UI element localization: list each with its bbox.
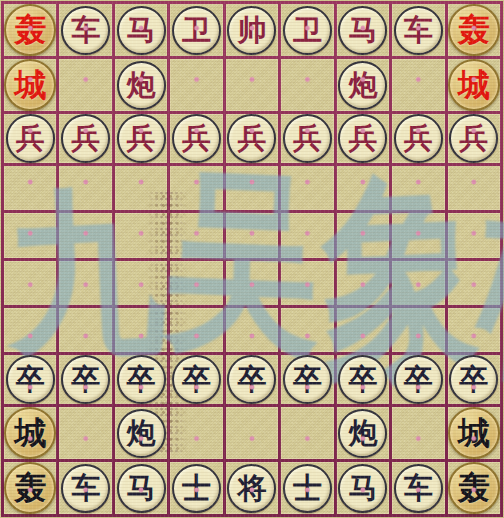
board-cell[interactable]: 士 — [281, 462, 333, 514]
board-cell[interactable] — [392, 59, 444, 111]
board-cell[interactable] — [115, 213, 167, 257]
game-piece[interactable]: 马 — [117, 464, 166, 513]
board-cell[interactable] — [337, 308, 389, 352]
board-cell[interactable] — [337, 261, 389, 305]
board-cell[interactable]: 兵 — [4, 114, 56, 163]
game-piece[interactable]: 卫 — [172, 6, 221, 55]
board-cell[interactable]: 马 — [337, 4, 389, 56]
board-cell[interactable]: 炮 — [337, 407, 389, 459]
board-cell[interactable] — [281, 59, 333, 111]
board-cell[interactable] — [281, 308, 333, 352]
board-cell[interactable] — [281, 407, 333, 459]
board-cell[interactable]: 兵 — [448, 114, 500, 163]
board-cell[interactable] — [448, 261, 500, 305]
board-cell[interactable] — [59, 213, 111, 257]
game-piece[interactable]: 轰 — [4, 4, 56, 56]
board-cell[interactable]: 卒 — [392, 355, 444, 404]
board-cell[interactable]: 将 — [226, 462, 278, 514]
game-piece[interactable]: 兵 — [172, 114, 221, 163]
board-cell[interactable] — [170, 213, 222, 257]
board-cell[interactable] — [226, 308, 278, 352]
game-piece[interactable]: 车 — [394, 464, 443, 513]
game-piece[interactable]: 兵 — [61, 114, 110, 163]
game-piece[interactable]: 马 — [117, 6, 166, 55]
game-piece[interactable]: 兵 — [6, 114, 55, 163]
board-cell[interactable] — [448, 308, 500, 352]
game-piece[interactable]: 兵 — [338, 114, 387, 163]
board-cell[interactable] — [226, 213, 278, 257]
board-cell[interactable]: 轰 — [448, 4, 500, 56]
board-cell[interactable] — [337, 166, 389, 210]
board-cell[interactable]: 卫 — [281, 4, 333, 56]
game-piece[interactable]: 轰 — [448, 462, 500, 514]
board-cell[interactable]: 卒 — [170, 355, 222, 404]
board-cell[interactable]: 炮 — [115, 407, 167, 459]
board-cell[interactable]: 轰 — [448, 462, 500, 514]
board-cell[interactable] — [59, 308, 111, 352]
game-piece[interactable]: 车 — [61, 6, 110, 55]
board-cell[interactable] — [115, 308, 167, 352]
board-cell[interactable] — [226, 407, 278, 459]
game-piece[interactable]: 将 — [227, 464, 276, 513]
board-cell[interactable]: 卒 — [337, 355, 389, 404]
board-cell[interactable]: 轰 — [4, 4, 56, 56]
game-piece[interactable]: 士 — [172, 464, 221, 513]
board-cell[interactable]: 帅 — [226, 4, 278, 56]
board-cell[interactable] — [170, 407, 222, 459]
board-cell[interactable] — [226, 166, 278, 210]
game-piece[interactable]: 卒 — [227, 355, 276, 404]
board-cell[interactable]: 城 — [4, 59, 56, 111]
board-cell[interactable] — [392, 166, 444, 210]
board-cell[interactable] — [4, 213, 56, 257]
board-cell[interactable]: 卒 — [281, 355, 333, 404]
game-piece[interactable]: 城 — [448, 407, 500, 459]
game-piece[interactable]: 车 — [394, 6, 443, 55]
game-piece[interactable]: 马 — [338, 464, 387, 513]
game-piece[interactable]: 卒 — [449, 355, 498, 404]
board-cell[interactable]: 马 — [337, 462, 389, 514]
board-cell[interactable]: 兵 — [226, 114, 278, 163]
board-cell[interactable]: 兵 — [59, 114, 111, 163]
board-cell[interactable] — [448, 166, 500, 210]
board-cell[interactable]: 兵 — [392, 114, 444, 163]
board-cell[interactable] — [4, 166, 56, 210]
board-cell[interactable]: 车 — [392, 4, 444, 56]
board-cell[interactable] — [226, 59, 278, 111]
game-piece[interactable]: 炮 — [338, 409, 387, 458]
board-cell[interactable] — [59, 407, 111, 459]
board-cell[interactable]: 卒 — [4, 355, 56, 404]
board-cell[interactable] — [170, 261, 222, 305]
game-piece[interactable]: 兵 — [117, 114, 166, 163]
board-cell[interactable] — [59, 59, 111, 111]
board-cell[interactable]: 炮 — [337, 59, 389, 111]
board-cell[interactable] — [226, 261, 278, 305]
game-piece[interactable]: 炮 — [117, 61, 166, 110]
board-cell[interactable] — [392, 308, 444, 352]
game-piece[interactable]: 轰 — [448, 4, 500, 56]
board-cell[interactable]: 卒 — [115, 355, 167, 404]
game-piece[interactable]: 卒 — [283, 355, 332, 404]
game-piece[interactable]: 兵 — [449, 114, 498, 163]
game-piece[interactable]: 卒 — [394, 355, 443, 404]
game-piece[interactable]: 卒 — [117, 355, 166, 404]
board-cell[interactable] — [115, 166, 167, 210]
board-cell[interactable] — [4, 308, 56, 352]
board-cell[interactable] — [170, 308, 222, 352]
game-piece[interactable]: 士 — [283, 464, 332, 513]
board-cell[interactable] — [170, 166, 222, 210]
board-cell[interactable]: 兵 — [115, 114, 167, 163]
board-cell[interactable]: 马 — [115, 4, 167, 56]
board-cell[interactable] — [392, 407, 444, 459]
board-cell[interactable] — [448, 213, 500, 257]
game-piece[interactable]: 卫 — [283, 6, 332, 55]
game-piece[interactable]: 兵 — [394, 114, 443, 163]
board-cell[interactable]: 炮 — [115, 59, 167, 111]
board-cell[interactable] — [59, 166, 111, 210]
game-piece[interactable]: 卒 — [6, 355, 55, 404]
board-cell[interactable]: 轰 — [4, 462, 56, 514]
board-cell[interactable]: 车 — [59, 4, 111, 56]
board-cell[interactable] — [115, 261, 167, 305]
board-cell[interactable]: 马 — [115, 462, 167, 514]
game-piece[interactable]: 兵 — [227, 114, 276, 163]
board-cell[interactable]: 士 — [170, 462, 222, 514]
board-cell[interactable]: 卒 — [226, 355, 278, 404]
game-piece[interactable]: 城 — [4, 59, 56, 111]
game-piece[interactable]: 卒 — [338, 355, 387, 404]
board-cell[interactable]: 兵 — [170, 114, 222, 163]
game-piece[interactable]: 车 — [61, 464, 110, 513]
board-grid: 轰车马卫帅卫马车轰城炮炮城兵兵兵兵兵兵兵兵兵卒卒卒卒卒卒卒卒卒城炮炮城轰车马士将… — [1, 1, 503, 517]
xiangqi-board: 轰车马卫帅卫马车轰城炮炮城兵兵兵兵兵兵兵兵兵卒卒卒卒卒卒卒卒卒城炮炮城轰车马士将… — [0, 0, 504, 518]
board-cell[interactable]: 卒 — [59, 355, 111, 404]
board-cell[interactable] — [4, 261, 56, 305]
board-cell[interactable] — [59, 261, 111, 305]
board-cell[interactable]: 车 — [59, 462, 111, 514]
board-cell[interactable] — [392, 261, 444, 305]
board-cell[interactable] — [281, 166, 333, 210]
game-piece[interactable]: 炮 — [117, 409, 166, 458]
game-piece[interactable]: 城 — [448, 59, 500, 111]
board-cell[interactable]: 城 — [448, 59, 500, 111]
game-piece[interactable]: 炮 — [338, 61, 387, 110]
game-piece[interactable]: 马 — [338, 6, 387, 55]
board-cell[interactable] — [337, 213, 389, 257]
board-cell[interactable]: 车 — [392, 462, 444, 514]
game-piece[interactable]: 轰 — [4, 462, 56, 514]
game-piece[interactable]: 城 — [4, 407, 56, 459]
board-cell[interactable]: 兵 — [337, 114, 389, 163]
board-cell[interactable]: 兵 — [281, 114, 333, 163]
game-piece[interactable]: 帅 — [227, 6, 276, 55]
game-piece[interactable]: 兵 — [283, 114, 332, 163]
board-cell[interactable] — [281, 261, 333, 305]
game-piece[interactable]: 卒 — [172, 355, 221, 404]
board-cell[interactable] — [392, 213, 444, 257]
board-cell[interactable]: 城 — [4, 407, 56, 459]
board-cell[interactable]: 卒 — [448, 355, 500, 404]
board-cell[interactable] — [170, 59, 222, 111]
board-cell[interactable] — [281, 213, 333, 257]
board-cell[interactable]: 卫 — [170, 4, 222, 56]
board-cell[interactable]: 城 — [448, 407, 500, 459]
game-piece[interactable]: 卒 — [61, 355, 110, 404]
